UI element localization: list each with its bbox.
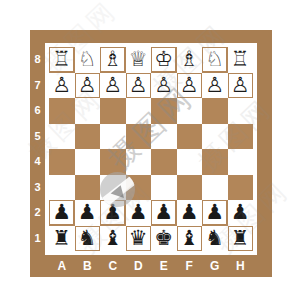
square-d5: [126, 124, 152, 150]
piece-box: ♙: [152, 74, 175, 97]
piece-box: ♛: [127, 227, 150, 250]
square-b3: [75, 175, 101, 201]
piece-black-pawn: ♟︎: [180, 202, 199, 223]
square-e4: [151, 149, 177, 175]
piece-box: ♘: [203, 48, 226, 71]
square-d3: [126, 175, 152, 201]
piece-box: ♟︎: [229, 201, 252, 224]
piece-box: ♘: [76, 48, 99, 71]
piece-white-pawn: ♙: [205, 75, 224, 96]
rank-label-4: 4: [30, 149, 45, 175]
piece-black-knight: ♞: [205, 228, 224, 249]
square-e3: [151, 175, 177, 201]
piece-box: ♟︎: [178, 201, 201, 224]
square-a6: [49, 98, 75, 124]
piece-box: ♜: [229, 227, 252, 250]
square-f5: [177, 124, 203, 150]
piece-white-rook: ♖: [52, 49, 71, 70]
square-a3: [49, 175, 75, 201]
piece-black-bishop: ♝: [180, 228, 199, 249]
piece-box: ♟︎: [101, 201, 124, 224]
rank-label-6: 6: [30, 98, 45, 124]
piece-box: ♖: [229, 48, 252, 71]
piece-box: ♔: [152, 48, 175, 71]
piece-black-knight: ♞: [78, 228, 97, 249]
rank-label-2: 2: [30, 200, 45, 226]
piece-box: ♞: [203, 227, 226, 250]
square-h7: ♙: [228, 73, 254, 99]
file-label-A: A: [49, 255, 75, 277]
piece-white-pawn: ♙: [180, 75, 199, 96]
board-inner-margin: ♖♘♗♕♔♗♘♖♙♙♙♙♙♙♙♙♟︎♟︎♟︎♟︎♟︎♟︎♟︎♟︎♜♞♝♛♚♝♞♜: [45, 43, 257, 255]
square-d7: ♙: [126, 73, 152, 99]
square-b7: ♙: [75, 73, 101, 99]
rank-label-8: 8: [30, 47, 45, 73]
square-e5: [151, 124, 177, 150]
piece-box: ♟︎: [50, 201, 73, 224]
piece-box: ♙: [127, 74, 150, 97]
piece-box: ♟︎: [127, 201, 150, 224]
piece-box: ♞: [76, 227, 99, 250]
square-f7: ♙: [177, 73, 203, 99]
square-b1: ♞: [75, 226, 101, 252]
square-h1: ♜: [228, 226, 254, 252]
square-g6: [202, 98, 228, 124]
piece-black-rook: ♜: [52, 228, 71, 249]
piece-box: ♟︎: [203, 201, 226, 224]
square-g8: ♘: [202, 47, 228, 73]
square-d8: ♕: [126, 47, 152, 73]
square-c2: ♟︎: [100, 200, 126, 226]
square-b2: ♟︎: [75, 200, 101, 226]
piece-white-pawn: ♙: [52, 75, 71, 96]
piece-box: ♜: [50, 227, 73, 250]
file-label-C: C: [100, 255, 126, 277]
piece-box: ♗: [101, 48, 124, 71]
square-e7: ♙: [151, 73, 177, 99]
piece-black-pawn: ♟︎: [205, 202, 224, 223]
square-h3: [228, 175, 254, 201]
square-h6: [228, 98, 254, 124]
square-f2: ♟︎: [177, 200, 203, 226]
square-d6: [126, 98, 152, 124]
square-g3: [202, 175, 228, 201]
square-c4: [100, 149, 126, 175]
file-label-G: G: [202, 255, 228, 277]
piece-box: ♕: [127, 48, 150, 71]
square-g5: [202, 124, 228, 150]
piece-black-pawn: ♟︎: [52, 202, 71, 223]
square-c5: [100, 124, 126, 150]
piece-white-pawn: ♙: [154, 75, 173, 96]
square-a8: ♖: [49, 47, 75, 73]
square-c3: [100, 175, 126, 201]
piece-black-pawn: ♟︎: [154, 202, 173, 223]
square-h8: ♖: [228, 47, 254, 73]
square-f4: [177, 149, 203, 175]
piece-black-king: ♚: [154, 228, 173, 249]
piece-box: ♚: [152, 227, 175, 250]
square-f8: ♗: [177, 47, 203, 73]
square-a4: [49, 149, 75, 175]
square-g4: [202, 149, 228, 175]
square-b5: [75, 124, 101, 150]
square-f1: ♝: [177, 226, 203, 252]
piece-box: ♙: [203, 74, 226, 97]
square-f6: [177, 98, 203, 124]
square-g1: ♞: [202, 226, 228, 252]
stock-image-canvas: ♖♘♗♕♔♗♘♖♙♙♙♙♙♙♙♙♟︎♟︎♟︎♟︎♟︎♟︎♟︎♟︎♜♞♝♛♚♝♞♜…: [0, 0, 300, 300]
square-d4: [126, 149, 152, 175]
square-e1: ♚: [151, 226, 177, 252]
rank-label-3: 3: [30, 175, 45, 201]
piece-box: ♝: [101, 227, 124, 250]
piece-white-knight: ♘: [78, 49, 97, 70]
piece-black-pawn: ♟︎: [231, 202, 250, 223]
square-e6: [151, 98, 177, 124]
piece-black-rook: ♜: [231, 228, 250, 249]
rank-label-5: 5: [30, 124, 45, 150]
file-label-D: D: [126, 255, 152, 277]
square-b6: [75, 98, 101, 124]
piece-box: ♙: [101, 74, 124, 97]
square-e8: ♔: [151, 47, 177, 73]
square-c1: ♝: [100, 226, 126, 252]
piece-black-pawn: ♟︎: [129, 202, 148, 223]
piece-white-pawn: ♙: [129, 75, 148, 96]
file-label-H: H: [228, 255, 254, 277]
square-a5: [49, 124, 75, 150]
square-c7: ♙: [100, 73, 126, 99]
piece-black-bishop: ♝: [103, 228, 122, 249]
piece-white-king: ♔: [154, 49, 173, 70]
piece-white-bishop: ♗: [180, 49, 199, 70]
piece-white-pawn: ♙: [231, 75, 250, 96]
square-a7: ♙: [49, 73, 75, 99]
rank-label-7: 7: [30, 73, 45, 99]
square-d1: ♛: [126, 226, 152, 252]
piece-box: ♗: [178, 48, 201, 71]
piece-black-queen: ♛: [129, 228, 148, 249]
piece-white-pawn: ♙: [103, 75, 122, 96]
file-label-B: B: [75, 255, 101, 277]
piece-black-pawn: ♟︎: [103, 202, 122, 223]
square-h5: [228, 124, 254, 150]
file-label-E: E: [151, 255, 177, 277]
square-b8: ♘: [75, 47, 101, 73]
square-e2: ♟︎: [151, 200, 177, 226]
piece-white-knight: ♘: [205, 49, 224, 70]
square-a2: ♟︎: [49, 200, 75, 226]
piece-box: ♙: [50, 74, 73, 97]
square-c6: [100, 98, 126, 124]
piece-box: ♙: [178, 74, 201, 97]
piece-box: ♝: [178, 227, 201, 250]
piece-box: ♖: [50, 48, 73, 71]
square-g7: ♙: [202, 73, 228, 99]
square-f3: [177, 175, 203, 201]
piece-white-bishop: ♗: [103, 49, 122, 70]
piece-box: ♙: [229, 74, 252, 97]
piece-box: ♟︎: [152, 201, 175, 224]
square-h4: [228, 149, 254, 175]
square-g2: ♟︎: [202, 200, 228, 226]
square-h2: ♟︎: [228, 200, 254, 226]
piece-box: ♟︎: [76, 201, 99, 224]
square-a1: ♜: [49, 226, 75, 252]
piece-white-rook: ♖: [231, 49, 250, 70]
piece-black-pawn: ♟︎: [78, 202, 97, 223]
square-d2: ♟︎: [126, 200, 152, 226]
rank-label-1: 1: [30, 226, 45, 252]
square-c8: ♗: [100, 47, 126, 73]
piece-white-queen: ♕: [129, 49, 148, 70]
piece-box: ♙: [76, 74, 99, 97]
piece-white-pawn: ♙: [78, 75, 97, 96]
file-label-F: F: [177, 255, 203, 277]
square-b4: [75, 149, 101, 175]
board-grid: ♖♘♗♕♔♗♘♖♙♙♙♙♙♙♙♙♟︎♟︎♟︎♟︎♟︎♟︎♟︎♟︎♜♞♝♛♚♝♞♜: [49, 47, 253, 251]
chess-board: ♖♘♗♕♔♗♘♖♙♙♙♙♙♙♙♙♟︎♟︎♟︎♟︎♟︎♟︎♟︎♟︎♜♞♝♛♚♝♞♜…: [30, 30, 272, 277]
